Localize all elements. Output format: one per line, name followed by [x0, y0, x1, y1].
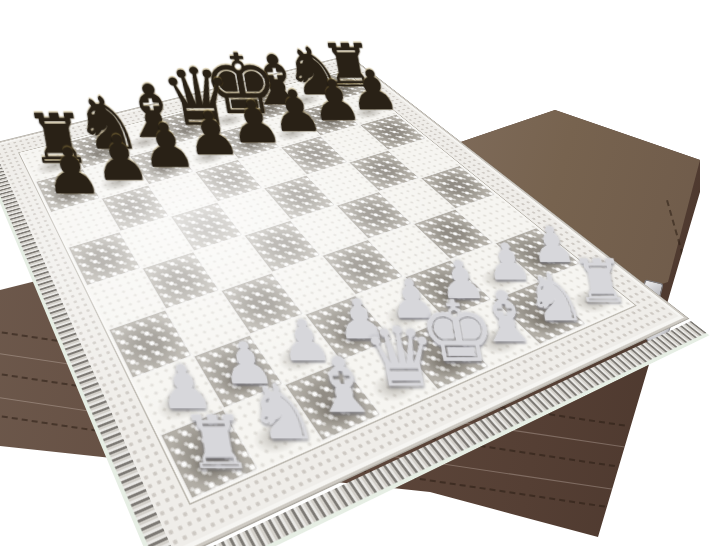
- piece-white-rook-a1: ♜: [172, 406, 261, 479]
- product-photo: ♜♞♝♛♚♝♞♜♟♟♟♟♟♟♟♟♟♟♟♟♟♟♟♟♜♞♝♛♚♝♞♜: [0, 0, 720, 546]
- board-scene: ♜♞♝♛♚♝♞♜♟♟♟♟♟♟♟♟♟♟♟♟♟♟♟♟♜♞♝♛♚♝♞♜: [0, 0, 720, 546]
- chess-board: ♜♞♝♛♚♝♞♜♟♟♟♟♟♟♟♟♟♟♟♟♟♟♟♟♜♞♝♛♚♝♞♜: [0, 58, 679, 546]
